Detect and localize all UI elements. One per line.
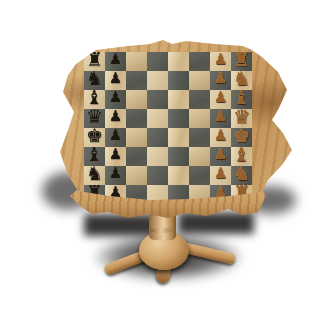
board-square[interactable] [147,52,168,71]
chess-piece-black-pawn: ♟ [109,109,122,124]
under-table-shadow-left [84,214,158,236]
board-square[interactable] [189,71,210,90]
chess-piece-white-pawn: ♟ [214,52,227,67]
board-square[interactable] [147,166,168,185]
under-table-shadow-right [178,212,254,234]
chess-piece-black-pawn: ♟ [109,52,122,67]
chess-piece-white-pawn: ♟ [214,147,227,162]
chess-piece-white-pawn: ♟ [214,128,227,143]
pedestal-column-ring [150,228,175,233]
chess-board: ♜♟♟♜♞♟♟♞♝♟♟♝♛♟♟♛♚♟♟♚♝♟♟♝♞♟♟♞♜♟♟♜ [84,52,252,188]
board-square[interactable] [126,90,147,109]
board-square[interactable] [147,90,168,109]
board-square[interactable] [168,109,189,128]
board-square[interactable] [126,52,147,71]
chess-piece-white-pawn: ♟ [214,109,227,124]
board-square[interactable] [189,166,210,185]
chess-piece-white-pawn: ♟ [214,166,227,181]
table-top-slab: ♜♟♟♜♞♟♟♞♝♟♟♝♛♟♟♛♚♟♟♚♝♟♟♝♞♟♟♞♜♟♟♜ [58,36,294,202]
board-square[interactable] [189,52,210,71]
board-square[interactable] [168,90,189,109]
chess-piece-black-pawn: ♟ [109,166,122,181]
chess-piece-black-pawn: ♟ [109,147,122,162]
board-square[interactable] [189,109,210,128]
board-square[interactable] [147,71,168,90]
chess-piece-white-pawn: ♟ [214,71,227,86]
board-square[interactable] [168,166,189,185]
board-square[interactable] [147,128,168,147]
chess-piece-white-pawn: ♟ [214,90,227,105]
chess-piece-black-pawn: ♟ [109,90,122,105]
board-square[interactable] [168,128,189,147]
board-square[interactable] [189,128,210,147]
chess-piece-black-pawn: ♟ [109,71,122,86]
board-square[interactable] [126,128,147,147]
board-square[interactable] [147,147,168,166]
board-square[interactable] [168,71,189,90]
board-square[interactable] [126,109,147,128]
board-square[interactable] [189,147,210,166]
board-square[interactable] [147,109,168,128]
board-square[interactable] [126,166,147,185]
board-square[interactable] [126,71,147,90]
board-square[interactable] [168,147,189,166]
board-square[interactable] [126,147,147,166]
chess-table-photo: ♜♟♟♜♞♟♟♞♝♟♟♝♛♟♟♛♚♟♟♚♝♟♟♝♞♟♟♞♜♟♟♜ [0,0,332,332]
chess-piece-black-pawn: ♟ [109,128,122,143]
board-square[interactable] [189,90,210,109]
board-square[interactable] [168,52,189,71]
